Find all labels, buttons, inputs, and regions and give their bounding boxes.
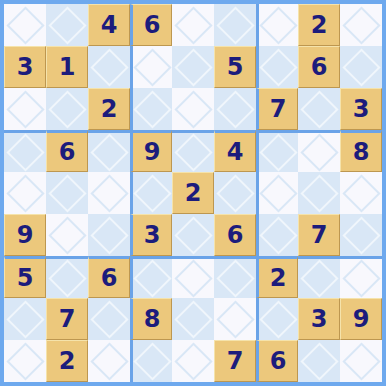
cell-r1c1[interactable]	[4, 4, 46, 46]
diamond-pattern	[174, 216, 212, 254]
sudoku-grid: 46231562736948293675627839276	[4, 4, 382, 382]
cell-r5c2[interactable]	[46, 172, 88, 214]
diamond-pattern	[48, 90, 86, 128]
cell-r2c3[interactable]	[88, 46, 130, 88]
cell-r2c7[interactable]	[256, 46, 298, 88]
cell-r1c3[interactable]: 4	[88, 4, 130, 46]
diamond-pattern	[6, 6, 44, 44]
cell-r7c1[interactable]: 5	[4, 256, 46, 298]
diamond-pattern	[300, 133, 338, 171]
cell-r6c2[interactable]	[46, 214, 88, 256]
cell-r8c3[interactable]	[88, 298, 130, 340]
cell-r7c2[interactable]	[46, 256, 88, 298]
given-digit: 5	[227, 55, 244, 79]
cell-r1c2[interactable]	[46, 4, 88, 46]
given-digit: 7	[270, 97, 287, 121]
cell-r3c6[interactable]	[214, 88, 256, 130]
diamond-pattern	[216, 300, 254, 338]
diamond-pattern	[174, 90, 212, 128]
cell-r5c3[interactable]	[88, 172, 130, 214]
given-digit: 2	[59, 349, 76, 373]
cell-r9c9[interactable]	[340, 340, 382, 382]
cell-r5c4[interactable]	[130, 172, 172, 214]
given-digit: 3	[17, 55, 34, 79]
cell-r7c5[interactable]	[172, 256, 214, 298]
given-digit: 3	[353, 97, 370, 121]
cell-r4c5[interactable]	[172, 130, 214, 172]
diamond-pattern	[133, 342, 171, 380]
given-digit: 7	[227, 349, 244, 373]
diamond-pattern	[216, 90, 254, 128]
diamond-pattern	[6, 133, 44, 171]
cell-r8c2[interactable]: 7	[46, 298, 88, 340]
cell-r9c6[interactable]: 7	[214, 340, 256, 382]
given-digit: 5	[17, 266, 34, 290]
cell-r9c7[interactable]: 6	[256, 340, 298, 382]
diamond-pattern	[48, 6, 86, 44]
diamond-pattern	[259, 300, 297, 338]
cell-r1c8[interactable]: 2	[298, 4, 340, 46]
cell-r7c7[interactable]: 2	[256, 256, 298, 298]
given-digit: 3	[144, 223, 161, 247]
cell-r4c1[interactable]	[4, 130, 46, 172]
cell-r8c7[interactable]	[256, 298, 298, 340]
cell-r4c3[interactable]	[88, 130, 130, 172]
cell-r8c4[interactable]: 8	[130, 298, 172, 340]
diamond-pattern	[259, 6, 297, 44]
cell-r9c1[interactable]	[4, 340, 46, 382]
cell-r7c6[interactable]	[214, 256, 256, 298]
diamond-pattern	[216, 6, 254, 44]
cell-r4c8[interactable]	[298, 130, 340, 172]
given-digit: 8	[353, 140, 370, 164]
given-digit: 9	[353, 307, 370, 331]
given-digit: 6	[59, 140, 76, 164]
given-digit: 4	[227, 140, 244, 164]
cell-r3c4[interactable]	[130, 88, 172, 130]
diamond-pattern	[48, 174, 86, 212]
given-digit: 2	[270, 266, 287, 290]
given-digit: 8	[144, 307, 161, 331]
diamond-pattern	[216, 174, 254, 212]
cell-r6c3[interactable]	[88, 214, 130, 256]
cell-r4c6[interactable]: 4	[214, 130, 256, 172]
given-digit: 6	[227, 223, 244, 247]
cell-r3c3[interactable]: 2	[88, 88, 130, 130]
diamond-pattern	[6, 300, 44, 338]
diamond-pattern	[300, 342, 338, 380]
diamond-pattern	[6, 342, 44, 380]
diamond-pattern	[174, 48, 212, 86]
diamond-pattern	[174, 6, 212, 44]
cell-r9c5[interactable]	[172, 340, 214, 382]
cell-r4c9[interactable]: 8	[340, 130, 382, 172]
cell-r7c4[interactable]	[130, 256, 172, 298]
cell-r2c6[interactable]: 5	[214, 46, 256, 88]
cell-r5c1[interactable]	[4, 172, 46, 214]
cell-r6c7[interactable]	[256, 214, 298, 256]
sudoku-board-frame: 46231562736948293675627839276	[0, 0, 386, 386]
diamond-pattern	[174, 300, 212, 338]
cell-r4c4[interactable]: 9	[130, 130, 172, 172]
diamond-pattern	[90, 48, 128, 86]
given-digit: 2	[311, 13, 328, 37]
cell-r2c4[interactable]	[130, 46, 172, 88]
cell-r1c5[interactable]	[172, 4, 214, 46]
cell-r5c6[interactable]	[214, 172, 256, 214]
given-digit: 1	[59, 55, 76, 79]
diamond-pattern	[300, 174, 338, 212]
diamond-pattern	[174, 133, 212, 171]
diamond-pattern	[216, 259, 254, 297]
cell-r1c9[interactable]	[340, 4, 382, 46]
diamond-pattern	[342, 216, 380, 254]
cell-r2c9[interactable]	[340, 46, 382, 88]
cell-r3c7[interactable]: 7	[256, 88, 298, 130]
diamond-pattern	[259, 133, 297, 171]
cell-r6c8[interactable]: 7	[298, 214, 340, 256]
given-digit: 6	[101, 266, 118, 290]
cell-r9c4[interactable]	[130, 340, 172, 382]
diamond-pattern	[48, 216, 86, 254]
cell-r8c9[interactable]: 9	[340, 298, 382, 340]
cell-r5c8[interactable]	[298, 172, 340, 214]
diamond-pattern	[6, 90, 44, 128]
cell-r3c5[interactable]	[172, 88, 214, 130]
cell-r3c8[interactable]	[298, 88, 340, 130]
diamond-pattern	[90, 342, 128, 380]
cell-r7c8[interactable]	[298, 256, 340, 298]
cell-r9c8[interactable]	[298, 340, 340, 382]
given-digit: 2	[101, 97, 118, 121]
given-digit: 6	[270, 349, 287, 373]
diamond-pattern	[48, 259, 86, 297]
cell-r8c8[interactable]: 3	[298, 298, 340, 340]
diamond-pattern	[6, 174, 44, 212]
cell-r6c9[interactable]	[340, 214, 382, 256]
cell-r1c4[interactable]: 6	[130, 4, 172, 46]
cell-r6c6[interactable]: 6	[214, 214, 256, 256]
diamond-pattern	[259, 216, 297, 254]
cell-r4c2[interactable]: 6	[46, 130, 88, 172]
cell-r9c3[interactable]	[88, 340, 130, 382]
cell-r8c6[interactable]	[214, 298, 256, 340]
diamond-pattern	[90, 300, 128, 338]
diamond-pattern	[133, 48, 171, 86]
given-digit: 9	[17, 223, 34, 247]
cell-r2c1[interactable]: 3	[4, 46, 46, 88]
diamond-pattern	[90, 216, 128, 254]
cell-r8c1[interactable]	[4, 298, 46, 340]
cell-r8c5[interactable]	[172, 298, 214, 340]
given-digit: 7	[311, 223, 328, 247]
given-digit: 9	[144, 140, 161, 164]
diamond-pattern	[342, 174, 380, 212]
cell-r7c3[interactable]: 6	[88, 256, 130, 298]
cell-r1c7[interactable]	[256, 4, 298, 46]
cell-r1c6[interactable]	[214, 4, 256, 46]
cell-r6c4[interactable]: 3	[130, 214, 172, 256]
cell-r3c2[interactable]	[46, 88, 88, 130]
diamond-pattern	[259, 48, 297, 86]
diamond-pattern	[90, 133, 128, 171]
cell-r5c9[interactable]	[340, 172, 382, 214]
cell-r2c5[interactable]	[172, 46, 214, 88]
diamond-pattern	[342, 48, 380, 86]
cell-r6c1[interactable]: 9	[4, 214, 46, 256]
cell-r2c2[interactable]: 1	[46, 46, 88, 88]
cell-r3c1[interactable]	[4, 88, 46, 130]
cell-r5c7[interactable]	[256, 172, 298, 214]
diamond-pattern	[259, 174, 297, 212]
given-digit: 3	[311, 307, 328, 331]
given-digit: 4	[101, 13, 118, 37]
diamond-pattern	[300, 259, 338, 297]
diamond-pattern	[300, 90, 338, 128]
diamond-pattern	[133, 174, 171, 212]
given-digit: 6	[144, 13, 161, 37]
given-digit: 7	[59, 307, 76, 331]
diamond-pattern	[174, 259, 212, 297]
diamond-pattern	[174, 342, 212, 380]
diamond-pattern	[90, 174, 128, 212]
given-digit: 6	[311, 55, 328, 79]
diamond-pattern	[342, 6, 380, 44]
cell-r4c7[interactable]	[256, 130, 298, 172]
cell-r7c9[interactable]	[340, 256, 382, 298]
given-digit: 2	[185, 181, 202, 205]
diamond-pattern	[133, 90, 171, 128]
cell-r3c9[interactable]: 3	[340, 88, 382, 130]
cell-r5c5[interactable]: 2	[172, 172, 214, 214]
cell-r6c5[interactable]	[172, 214, 214, 256]
diamond-pattern	[342, 259, 380, 297]
cell-r9c2[interactable]: 2	[46, 340, 88, 382]
diamond-pattern	[133, 259, 171, 297]
cell-r2c8[interactable]: 6	[298, 46, 340, 88]
diamond-pattern	[342, 342, 380, 380]
